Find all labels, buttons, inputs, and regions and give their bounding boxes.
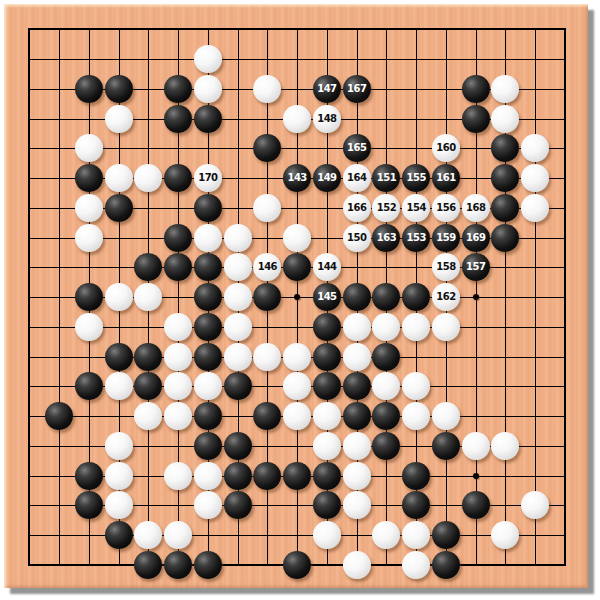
white-stone[interactable]: 170 bbox=[194, 164, 222, 192]
white-stone[interactable] bbox=[194, 224, 222, 252]
black-stone[interactable] bbox=[105, 75, 133, 103]
black-stone[interactable] bbox=[194, 551, 222, 579]
black-stone[interactable]: 165 bbox=[343, 134, 371, 162]
white-stone[interactable]: 148 bbox=[313, 105, 341, 133]
move-number-label: 152 bbox=[377, 203, 396, 213]
black-stone[interactable] bbox=[462, 75, 490, 103]
black-stone[interactable] bbox=[194, 402, 222, 430]
black-stone[interactable] bbox=[432, 551, 460, 579]
white-stone[interactable] bbox=[105, 372, 133, 400]
black-stone[interactable] bbox=[224, 432, 252, 460]
white-stone[interactable]: 156 bbox=[432, 194, 460, 222]
black-stone[interactable] bbox=[343, 372, 371, 400]
white-stone[interactable] bbox=[164, 462, 192, 490]
black-stone[interactable] bbox=[313, 343, 341, 371]
black-stone[interactable] bbox=[194, 194, 222, 222]
move-number-label: 153 bbox=[406, 233, 425, 243]
black-stone[interactable] bbox=[194, 313, 222, 341]
white-stone[interactable] bbox=[283, 343, 311, 371]
white-stone[interactable] bbox=[194, 462, 222, 490]
black-stone[interactable] bbox=[134, 343, 162, 371]
white-stone[interactable] bbox=[343, 343, 371, 371]
white-stone[interactable] bbox=[164, 343, 192, 371]
move-number-label: 158 bbox=[436, 262, 455, 272]
white-stone[interactable] bbox=[313, 402, 341, 430]
white-stone[interactable]: 162 bbox=[432, 283, 460, 311]
move-number-label: 156 bbox=[436, 203, 455, 213]
white-stone[interactable] bbox=[105, 491, 133, 519]
white-stone[interactable] bbox=[283, 105, 311, 133]
white-stone[interactable] bbox=[75, 134, 103, 162]
white-stone[interactable]: 166 bbox=[343, 194, 371, 222]
black-stone[interactable] bbox=[343, 283, 371, 311]
move-number-label: 145 bbox=[317, 292, 336, 302]
white-stone[interactable] bbox=[194, 45, 222, 73]
white-stone[interactable] bbox=[313, 432, 341, 460]
black-stone[interactable]: 157 bbox=[462, 253, 490, 281]
white-stone[interactable] bbox=[75, 224, 103, 252]
white-stone[interactable] bbox=[402, 551, 430, 579]
move-number-label: 163 bbox=[377, 233, 396, 243]
black-stone[interactable] bbox=[224, 462, 252, 490]
move-number-label: 148 bbox=[317, 114, 336, 124]
move-number-label: 162 bbox=[436, 292, 455, 302]
white-stone[interactable] bbox=[462, 432, 490, 460]
move-number-label: 165 bbox=[347, 143, 366, 153]
black-stone[interactable] bbox=[194, 343, 222, 371]
move-number-label: 154 bbox=[406, 203, 425, 213]
black-stone[interactable] bbox=[75, 75, 103, 103]
go-game-screenshot: 1471671481651601701431491641511551611661… bbox=[0, 0, 600, 600]
black-stone[interactable]: 145 bbox=[313, 283, 341, 311]
black-stone[interactable]: 149 bbox=[313, 164, 341, 192]
black-stone[interactable] bbox=[372, 343, 400, 371]
grid-line-vertical bbox=[535, 29, 536, 565]
white-stone[interactable] bbox=[105, 432, 133, 460]
move-number-label: 167 bbox=[347, 84, 366, 94]
move-number-label: 157 bbox=[466, 262, 485, 272]
black-stone[interactable] bbox=[164, 224, 192, 252]
white-stone[interactable] bbox=[343, 462, 371, 490]
black-stone[interactable]: 153 bbox=[402, 224, 430, 252]
white-stone[interactable] bbox=[432, 402, 460, 430]
black-stone[interactable] bbox=[164, 551, 192, 579]
grid-line-horizontal bbox=[29, 327, 565, 328]
black-stone[interactable] bbox=[283, 462, 311, 490]
white-stone[interactable] bbox=[253, 75, 281, 103]
move-number-label: 169 bbox=[466, 233, 485, 243]
black-stone[interactable] bbox=[224, 491, 252, 519]
white-stone[interactable]: 154 bbox=[402, 194, 430, 222]
white-stone[interactable] bbox=[194, 75, 222, 103]
white-stone[interactable] bbox=[105, 164, 133, 192]
black-stone[interactable] bbox=[313, 462, 341, 490]
black-stone[interactable] bbox=[283, 551, 311, 579]
go-board[interactable]: 1471671481651601701431491641511551611661… bbox=[4, 4, 588, 588]
white-stone[interactable] bbox=[105, 283, 133, 311]
white-stone[interactable] bbox=[224, 313, 252, 341]
black-stone[interactable] bbox=[224, 372, 252, 400]
white-stone[interactable] bbox=[402, 313, 430, 341]
black-stone[interactable] bbox=[164, 75, 192, 103]
black-stone[interactable] bbox=[194, 432, 222, 460]
move-number-label: 155 bbox=[406, 173, 425, 183]
black-stone[interactable] bbox=[105, 343, 133, 371]
white-stone[interactable]: 150 bbox=[343, 224, 371, 252]
white-stone[interactable] bbox=[343, 491, 371, 519]
white-stone[interactable] bbox=[343, 313, 371, 341]
white-stone[interactable] bbox=[224, 253, 252, 281]
black-stone[interactable]: 163 bbox=[372, 224, 400, 252]
black-stone[interactable] bbox=[432, 432, 460, 460]
move-number-label: 149 bbox=[317, 173, 336, 183]
move-number-label: 143 bbox=[287, 173, 306, 183]
star-point bbox=[473, 473, 479, 479]
black-stone[interactable] bbox=[462, 491, 490, 519]
white-stone[interactable] bbox=[105, 105, 133, 133]
black-stone[interactable] bbox=[313, 313, 341, 341]
black-stone[interactable] bbox=[462, 105, 490, 133]
black-stone[interactable] bbox=[75, 462, 103, 490]
black-stone[interactable]: 147 bbox=[313, 75, 341, 103]
black-stone[interactable] bbox=[105, 194, 133, 222]
move-number-label: 146 bbox=[258, 262, 277, 272]
black-stone[interactable] bbox=[432, 521, 460, 549]
move-number-label: 164 bbox=[347, 173, 366, 183]
white-stone[interactable]: 168 bbox=[462, 194, 490, 222]
black-stone[interactable] bbox=[134, 551, 162, 579]
move-number-label: 161 bbox=[436, 173, 455, 183]
move-number-label: 166 bbox=[347, 203, 366, 213]
white-stone[interactable] bbox=[343, 432, 371, 460]
black-stone[interactable] bbox=[164, 164, 192, 192]
black-stone[interactable]: 169 bbox=[462, 224, 490, 252]
move-number-label: 150 bbox=[347, 233, 366, 243]
black-stone[interactable] bbox=[343, 402, 371, 430]
white-stone[interactable] bbox=[253, 343, 281, 371]
move-number-label: 151 bbox=[377, 173, 396, 183]
move-number-label: 168 bbox=[466, 203, 485, 213]
black-stone[interactable]: 159 bbox=[432, 224, 460, 252]
white-stone[interactable] bbox=[224, 283, 252, 311]
white-stone[interactable] bbox=[521, 194, 549, 222]
white-stone[interactable] bbox=[164, 313, 192, 341]
white-stone[interactable] bbox=[343, 551, 371, 579]
black-stone[interactable]: 167 bbox=[343, 75, 371, 103]
black-stone[interactable] bbox=[164, 105, 192, 133]
black-stone[interactable] bbox=[491, 224, 519, 252]
white-stone[interactable] bbox=[491, 105, 519, 133]
white-stone[interactable]: 164 bbox=[343, 164, 371, 192]
black-stone[interactable] bbox=[194, 105, 222, 133]
white-stone[interactable] bbox=[432, 313, 460, 341]
black-stone[interactable] bbox=[194, 283, 222, 311]
white-stone[interactable] bbox=[75, 194, 103, 222]
white-stone[interactable] bbox=[313, 521, 341, 549]
star-point bbox=[473, 294, 479, 300]
white-stone[interactable] bbox=[75, 313, 103, 341]
white-stone[interactable] bbox=[224, 224, 252, 252]
move-number-label: 160 bbox=[436, 143, 455, 153]
white-stone[interactable] bbox=[283, 224, 311, 252]
black-stone[interactable]: 161 bbox=[432, 164, 460, 192]
move-number-label: 144 bbox=[317, 262, 336, 272]
move-number-label: 159 bbox=[436, 233, 455, 243]
black-stone[interactable] bbox=[402, 462, 430, 490]
white-stone[interactable] bbox=[105, 462, 133, 490]
black-stone[interactable] bbox=[75, 283, 103, 311]
black-stone[interactable] bbox=[253, 462, 281, 490]
black-stone[interactable] bbox=[75, 164, 103, 192]
move-number-label: 147 bbox=[317, 84, 336, 94]
white-stone[interactable] bbox=[224, 343, 252, 371]
move-number-label: 170 bbox=[198, 173, 217, 183]
black-stone[interactable] bbox=[105, 521, 133, 549]
